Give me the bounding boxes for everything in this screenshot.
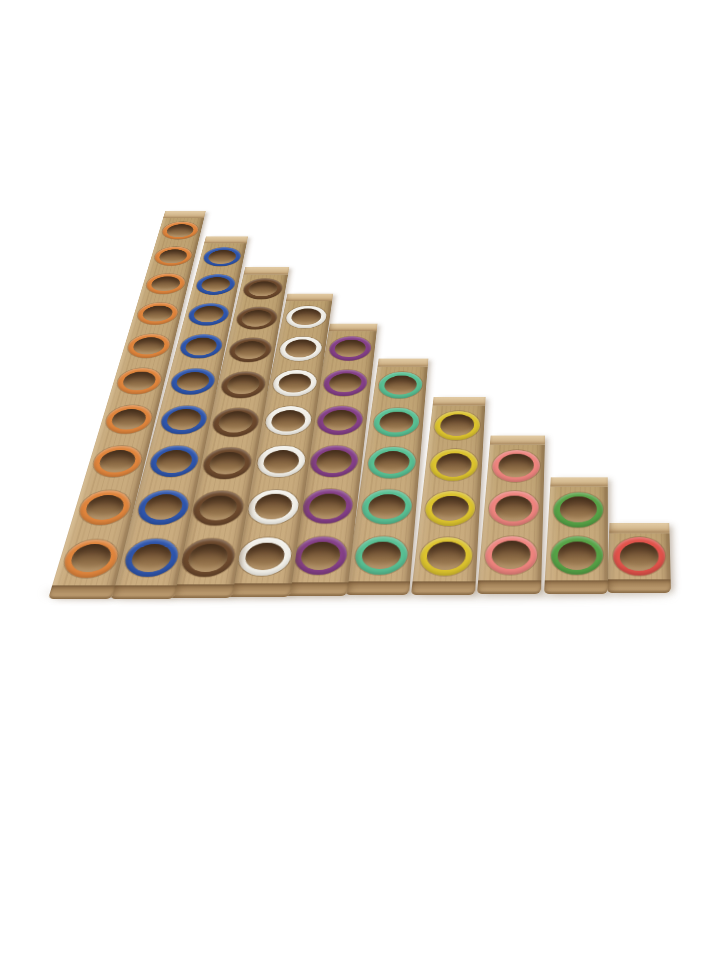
- ring-hole: [217, 411, 254, 432]
- ring-brown: [190, 491, 246, 526]
- ring-blue: [121, 539, 182, 577]
- ring-hole: [284, 340, 317, 358]
- ring-hole: [435, 453, 472, 476]
- ring-hole: [495, 496, 533, 522]
- board-end-face: [433, 397, 486, 406]
- ring-hole: [233, 341, 267, 359]
- ring-hole: [560, 496, 597, 522]
- ring-purple: [300, 489, 354, 524]
- ring-pink: [488, 491, 540, 526]
- ring-hole: [290, 309, 322, 325]
- ring-hole: [141, 305, 174, 321]
- board-front-face: [283, 583, 349, 597]
- ring-hole: [200, 277, 231, 292]
- ring-white: [263, 407, 313, 436]
- ring-hole: [243, 543, 286, 571]
- ring-teal: [377, 372, 423, 399]
- board-front-face: [110, 585, 177, 599]
- ring-hole: [131, 337, 166, 355]
- ring-brown: [210, 408, 261, 437]
- ring-purple: [315, 406, 364, 435]
- ring-pink: [484, 536, 538, 574]
- ring-red: [613, 537, 666, 576]
- ring-blue: [147, 445, 201, 476]
- board-end-face: [609, 523, 669, 533]
- ring-hole: [383, 376, 417, 395]
- ring-hole: [165, 224, 194, 237]
- ring-hole: [68, 544, 114, 572]
- ring-brown: [234, 307, 278, 329]
- ring-teal: [372, 408, 420, 437]
- ring-hole: [253, 494, 293, 519]
- ring-yellow: [418, 537, 473, 575]
- ring-hole: [299, 542, 341, 570]
- ring-yellow: [424, 491, 477, 526]
- ring-hole: [225, 375, 260, 394]
- ring-hole: [158, 249, 188, 263]
- ring-white: [271, 370, 319, 396]
- ring-hole: [373, 451, 410, 474]
- ring-white: [245, 490, 300, 525]
- ring-blue: [194, 274, 237, 294]
- ring-hole: [262, 451, 300, 474]
- ring-hole: [247, 281, 278, 296]
- ring-hole: [241, 310, 273, 326]
- ring-hole: [175, 371, 211, 390]
- ring-orange: [135, 302, 180, 324]
- counting-stairs-photo: [0, 0, 720, 960]
- ring-orange: [125, 334, 173, 358]
- ring-blue: [158, 405, 210, 434]
- board-1-red[interactable]: [607, 523, 671, 593]
- ring-orange: [89, 445, 144, 476]
- ring-hole: [207, 250, 237, 264]
- ring-purple: [291, 537, 348, 575]
- ring-hole: [426, 542, 466, 570]
- board-2-green[interactable]: [544, 477, 608, 593]
- ring-brown: [178, 538, 238, 576]
- board-front-face: [411, 581, 476, 595]
- board-front-face: [226, 583, 292, 597]
- board-front-face: [544, 580, 608, 594]
- ring-hole: [491, 542, 531, 570]
- ring-purple: [322, 370, 369, 396]
- ring-hole: [184, 337, 218, 355]
- ring-blue: [186, 303, 231, 325]
- ring-hole: [197, 495, 238, 520]
- ring-white: [255, 446, 308, 478]
- ring-hole: [440, 414, 475, 435]
- ring-yellow: [433, 411, 481, 440]
- ring-green: [553, 492, 604, 527]
- ring-hole: [270, 410, 307, 431]
- ring-hole: [186, 543, 230, 571]
- board-end-face: [163, 211, 206, 218]
- ring-white: [284, 306, 328, 328]
- ring-yellow: [428, 449, 478, 481]
- ring-hole: [379, 412, 414, 433]
- ring-hole: [361, 542, 402, 570]
- ring-hole: [328, 374, 362, 393]
- board-end-face: [490, 436, 545, 445]
- counting-board: [0, 0, 720, 960]
- ring-hole: [498, 454, 534, 477]
- ring-orange: [152, 247, 194, 266]
- ring-hole: [129, 543, 173, 571]
- board-front-face: [48, 585, 115, 599]
- ring-blue: [134, 490, 191, 525]
- ring-hole: [154, 449, 194, 472]
- ring-hole: [97, 449, 138, 472]
- ring-orange: [59, 539, 121, 577]
- board-3-pink[interactable]: [477, 436, 545, 594]
- board-end-face: [244, 267, 290, 274]
- ring-orange: [75, 490, 134, 524]
- board-end-face: [377, 359, 428, 367]
- ring-green: [550, 536, 603, 574]
- board-end-face: [286, 294, 333, 302]
- ring-hole: [142, 494, 184, 519]
- board-end-face: [329, 324, 378, 332]
- ring-hole: [277, 374, 312, 393]
- ring-teal: [366, 447, 417, 479]
- ring-hole: [334, 340, 367, 358]
- ring-orange: [160, 222, 200, 240]
- ring-hole: [431, 495, 469, 520]
- board-front-face: [607, 579, 671, 593]
- board-front-face: [345, 582, 410, 596]
- ring-orange: [114, 368, 164, 394]
- ring-hole: [165, 409, 203, 430]
- board-front-face: [477, 580, 541, 594]
- ring-hole: [83, 494, 126, 519]
- ring-orange: [144, 273, 187, 293]
- ring-hole: [620, 542, 659, 570]
- ring-brown: [219, 371, 268, 397]
- ring-brown: [227, 338, 273, 362]
- ring-blue: [201, 247, 242, 266]
- ring-brown: [241, 278, 284, 299]
- board-front-face: [168, 584, 234, 598]
- ring-hole: [367, 494, 406, 519]
- ring-hole: [150, 276, 182, 291]
- ring-purple: [327, 337, 372, 361]
- ring-hole: [110, 409, 148, 430]
- ring-pink: [491, 450, 540, 482]
- ring-purple: [308, 446, 360, 478]
- ring-hole: [121, 371, 157, 390]
- ring-hole: [208, 451, 247, 474]
- ring-hole: [308, 494, 348, 519]
- ring-brown: [200, 447, 254, 479]
- ring-orange: [102, 405, 155, 434]
- ring-white: [278, 337, 324, 361]
- ring-hole: [322, 410, 358, 431]
- ring-blue: [177, 334, 224, 358]
- ring-blue: [168, 368, 217, 394]
- board-end-face: [550, 477, 608, 487]
- ring-white: [235, 538, 294, 576]
- ring-teal: [353, 537, 409, 575]
- ring-teal: [360, 490, 413, 525]
- ring-hole: [315, 450, 353, 473]
- board-end-face: [204, 236, 248, 243]
- ring-hole: [557, 541, 596, 569]
- ring-hole: [192, 306, 225, 322]
